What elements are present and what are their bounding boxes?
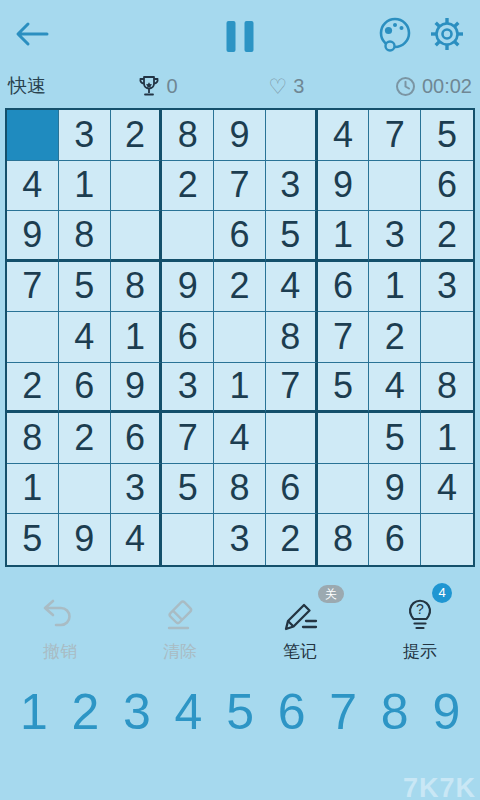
undo-button[interactable]: 撤销 (0, 593, 120, 663)
sudoku-cell-r8c3[interactable]: 3 (111, 464, 163, 515)
sudoku-cell-r9c5[interactable]: 3 (214, 514, 266, 565)
numpad-key-8[interactable]: 8 (369, 685, 421, 740)
sudoku-cell-r5c2[interactable]: 4 (59, 312, 111, 363)
notes-button[interactable]: 关 笔记 (240, 593, 360, 663)
sudoku-cell-r5c5[interactable] (214, 312, 266, 363)
sudoku-cell-r7c7[interactable] (318, 413, 370, 464)
sudoku-cell-r4c5[interactable]: 2 (214, 262, 266, 313)
sudoku-cell-r7c8[interactable]: 5 (369, 413, 421, 464)
sudoku-cell-r2c8[interactable] (369, 161, 421, 212)
sudoku-cell-r3c2[interactable]: 8 (59, 211, 111, 262)
trophy-icon (137, 74, 161, 98)
sudoku-cell-r2c2[interactable]: 1 (59, 161, 111, 212)
sudoku-cell-r7c2[interactable]: 2 (59, 413, 111, 464)
sudoku-cell-r1c2[interactable]: 3 (59, 110, 111, 161)
sudoku-cell-r4c8[interactable]: 1 (369, 262, 421, 313)
pause-button[interactable] (227, 21, 254, 52)
sudoku-cell-r8c7[interactable] (318, 464, 370, 515)
numpad-key-7[interactable]: 7 (317, 685, 369, 740)
sudoku-cell-r5c8[interactable]: 2 (369, 312, 421, 363)
hint-bulb-icon: ? (402, 595, 438, 633)
sudoku-cell-r9c6[interactable]: 2 (266, 514, 318, 565)
numpad-key-5[interactable]: 5 (214, 685, 266, 740)
erase-label: 清除 (163, 640, 197, 663)
sudoku-cell-r1c9[interactable]: 5 (421, 110, 473, 161)
sudoku-cell-r5c3[interactable]: 1 (111, 312, 163, 363)
sudoku-cell-r4c4[interactable]: 9 (162, 262, 214, 313)
sudoku-cell-r3c6[interactable]: 5 (266, 211, 318, 262)
sudoku-cell-r9c9[interactable] (421, 514, 473, 565)
sudoku-cell-r4c6[interactable]: 4 (266, 262, 318, 313)
numpad-key-2[interactable]: 2 (60, 685, 112, 740)
sudoku-cell-r3c5[interactable]: 6 (214, 211, 266, 262)
sudoku-cell-r6c6[interactable]: 7 (266, 363, 318, 414)
sudoku-cell-r1c8[interactable]: 7 (369, 110, 421, 161)
sudoku-cell-r1c4[interactable]: 8 (162, 110, 214, 161)
sudoku-cell-r9c8[interactable]: 6 (369, 514, 421, 565)
notes-label: 笔记 (283, 640, 317, 663)
gear-icon (428, 15, 466, 53)
sudoku-cell-r8c9[interactable]: 4 (421, 464, 473, 515)
sudoku-cell-r5c6[interactable]: 8 (266, 312, 318, 363)
sudoku-cell-r2c7[interactable]: 9 (318, 161, 370, 212)
numpad-key-3[interactable]: 3 (111, 685, 163, 740)
sudoku-cell-r4c7[interactable]: 6 (318, 262, 370, 313)
sudoku-cell-r1c7[interactable]: 4 (318, 110, 370, 161)
pencil-icon (280, 595, 320, 633)
sudoku-cell-r2c5[interactable]: 7 (214, 161, 266, 212)
score-indicator: 0 (137, 74, 178, 98)
sudoku-cell-r1c5[interactable]: 9 (214, 110, 266, 161)
sudoku-cell-r2c6[interactable]: 3 (266, 161, 318, 212)
undo-label: 撤销 (43, 640, 77, 663)
sudoku-grid: 3289475412739698651327589246134168722693… (5, 108, 475, 567)
settings-button[interactable] (428, 15, 466, 53)
sudoku-cell-r6c4[interactable]: 3 (162, 363, 214, 414)
sudoku-cell-r1c1[interactable] (7, 110, 59, 161)
sudoku-cell-r5c1[interactable] (7, 312, 59, 363)
sudoku-cell-r2c3[interactable] (111, 161, 163, 212)
sudoku-cell-r6c9[interactable]: 8 (421, 363, 473, 414)
sudoku-cell-r5c4[interactable]: 6 (162, 312, 214, 363)
sudoku-cell-r1c3[interactable]: 2 (111, 110, 163, 161)
back-arrow-icon (14, 19, 50, 49)
sudoku-cell-r6c7[interactable]: 5 (318, 363, 370, 414)
palette-icon (376, 15, 414, 53)
sudoku-cell-r4c2[interactable]: 5 (59, 262, 111, 313)
hint-label: 提示 (403, 640, 437, 663)
sudoku-cell-r3c1[interactable]: 9 (7, 211, 59, 262)
sudoku-cell-r9c4[interactable] (162, 514, 214, 565)
sudoku-cell-r8c1[interactable]: 1 (7, 464, 59, 515)
sudoku-cell-r4c1[interactable]: 7 (7, 262, 59, 313)
watermark: 7K7K (403, 773, 476, 800)
sudoku-cell-r8c4[interactable]: 5 (162, 464, 214, 515)
difficulty-label: 快速 (8, 73, 46, 99)
top-bar (0, 0, 480, 68)
sudoku-cell-r7c5[interactable]: 4 (214, 413, 266, 464)
sudoku-cell-r6c5[interactable]: 1 (214, 363, 266, 414)
sudoku-cell-r8c6[interactable]: 6 (266, 464, 318, 515)
score-value: 0 (167, 75, 178, 98)
sudoku-cell-r6c2[interactable]: 6 (59, 363, 111, 414)
sudoku-cell-r8c8[interactable]: 9 (369, 464, 421, 515)
eraser-icon (160, 597, 200, 633)
lives-value: 3 (293, 75, 304, 98)
sudoku-cell-r3c7[interactable]: 1 (318, 211, 370, 262)
time-value: 00:02 (422, 75, 472, 98)
heart-icon: ♡ (268, 76, 287, 97)
sudoku-cell-r4c3[interactable]: 8 (111, 262, 163, 313)
sudoku-cell-r7c1[interactable]: 8 (7, 413, 59, 464)
hint-count-badge: 4 (432, 583, 452, 603)
sudoku-cell-r9c1[interactable]: 5 (7, 514, 59, 565)
sudoku-cell-r5c9[interactable] (421, 312, 473, 363)
numpad-key-6[interactable]: 6 (266, 685, 318, 740)
sudoku-cell-r5c7[interactable]: 7 (318, 312, 370, 363)
lives-indicator: ♡ 3 (268, 75, 304, 98)
erase-button[interactable]: 清除 (120, 593, 240, 663)
sudoku-cell-r9c7[interactable]: 8 (318, 514, 370, 565)
sudoku-cell-r7c6[interactable] (266, 413, 318, 464)
undo-icon (40, 597, 80, 633)
numpad-key-9[interactable]: 9 (421, 685, 473, 740)
sudoku-cell-r3c3[interactable] (111, 211, 163, 262)
sudoku-cell-r6c8[interactable]: 4 (369, 363, 421, 414)
numpad-key-4[interactable]: 4 (163, 685, 215, 740)
sudoku-cell-r6c3[interactable]: 9 (111, 363, 163, 414)
status-bar: 快速 0 ♡ 3 00:02 (0, 68, 480, 108)
sudoku-cell-r4c9[interactable]: 3 (421, 262, 473, 313)
toolbar: 撤销 清除 关 笔记 4 (0, 593, 480, 663)
back-button[interactable] (14, 19, 50, 49)
sudoku-cell-r9c2[interactable]: 9 (59, 514, 111, 565)
sudoku-cell-r7c3[interactable]: 6 (111, 413, 163, 464)
sudoku-cell-r8c5[interactable]: 8 (214, 464, 266, 515)
sudoku-cell-r1c6[interactable] (266, 110, 318, 161)
notes-off-badge: 关 (318, 585, 344, 603)
sudoku-cell-r2c4[interactable]: 2 (162, 161, 214, 212)
pause-bar-icon (245, 21, 254, 52)
sudoku-cell-r2c1[interactable]: 4 (7, 161, 59, 212)
hint-button[interactable]: 4 ? 提示 (360, 593, 480, 663)
sudoku-cell-r3c4[interactable] (162, 211, 214, 262)
sudoku-cell-r8c2[interactable] (59, 464, 111, 515)
numpad-key-1[interactable]: 1 (8, 685, 60, 740)
sudoku-cell-r7c9[interactable]: 1 (421, 413, 473, 464)
pause-bar-icon (227, 21, 236, 52)
sudoku-cell-r3c8[interactable]: 3 (369, 211, 421, 262)
sudoku-cell-r9c3[interactable]: 4 (111, 514, 163, 565)
clock-icon (395, 76, 416, 97)
sudoku-cell-r6c1[interactable]: 2 (7, 363, 59, 414)
number-pad: 123456789 (0, 685, 480, 740)
sudoku-cell-r3c9[interactable]: 2 (421, 211, 473, 262)
svg-text:?: ? (416, 601, 424, 617)
sudoku-cell-r7c4[interactable]: 7 (162, 413, 214, 464)
sudoku-cell-r2c9[interactable]: 6 (421, 161, 473, 212)
theme-palette-button[interactable] (376, 15, 414, 53)
timer: 00:02 (395, 75, 472, 98)
